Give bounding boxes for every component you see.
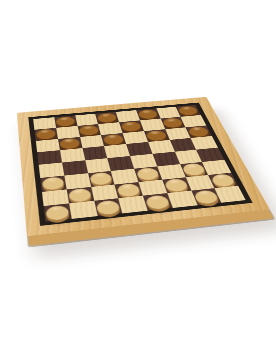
light-checker-piece[interactable]: ●	[87, 169, 114, 185]
dark-checker-piece[interactable]: ●	[185, 124, 211, 137]
dark-checker-piece[interactable]: ●	[34, 127, 57, 140]
light-checker-piece[interactable]: ●	[40, 174, 66, 190]
square-r8c2-light[interactable]	[69, 201, 97, 219]
checker-disc-glyph: ●	[40, 173, 66, 191]
light-checker-piece[interactable]: ●	[43, 202, 71, 220]
board-inner-border: ●●●●●●●●●●●●●●●●●●●●●●●●	[28, 103, 252, 226]
checkers-board: ●●●●●●●●●●●●●●●●●●●●●●●●	[17, 97, 270, 236]
board-frame: ●●●●●●●●●●●●●●●●●●●●●●●●	[17, 97, 270, 236]
dark-checker-piece[interactable]: ●	[54, 114, 77, 126]
light-checker-piece[interactable]: ●	[66, 185, 93, 202]
dark-checker-piece[interactable]: ●	[77, 123, 101, 136]
checker-disc-glyph: ●	[43, 201, 71, 221]
square-r8c1-dark[interactable]: ●	[44, 204, 72, 222]
playing-grid: ●●●●●●●●●●●●●●●●●●●●●●●●	[33, 105, 246, 222]
product-photo-scene: ●●●●●●●●●●●●●●●●●●●●●●●●	[0, 0, 276, 345]
checker-disc-glyph: ●	[66, 184, 94, 203]
dark-checker-piece[interactable]: ●	[58, 136, 82, 149]
